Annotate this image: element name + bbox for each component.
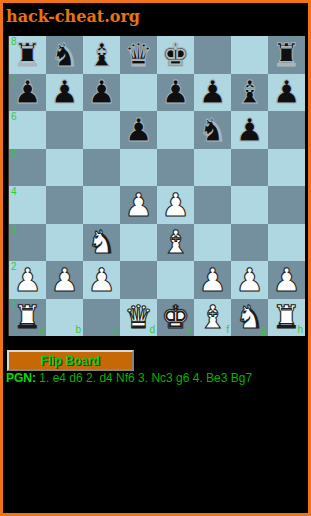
- file-label-h: h: [297, 325, 303, 335]
- rank-label-8: 8: [11, 37, 17, 47]
- square-e3[interactable]: ♝: [157, 224, 194, 262]
- square-a8[interactable]: 8♜: [9, 36, 46, 74]
- piece-white-bishop[interactable]: ♝: [198, 301, 227, 333]
- square-f5[interactable]: [194, 149, 231, 187]
- square-c5[interactable]: [83, 149, 120, 187]
- piece-black-pawn[interactable]: ♟: [272, 76, 301, 108]
- flip-board-button[interactable]: Flip Board: [7, 350, 134, 371]
- page: { "banner": { "site_title": "hack-cheat.…: [0, 0, 311, 516]
- square-g7[interactable]: ♝: [231, 74, 268, 112]
- square-d3[interactable]: [120, 224, 157, 262]
- file-label-e: e: [186, 325, 192, 335]
- piece-black-knight[interactable]: ♞: [50, 39, 79, 71]
- square-g8[interactable]: [231, 36, 268, 74]
- square-a3[interactable]: 3: [9, 224, 46, 262]
- rank-label-4: 4: [11, 187, 17, 197]
- square-d4[interactable]: ♟: [120, 186, 157, 224]
- square-g5[interactable]: [231, 149, 268, 187]
- square-c1[interactable]: c: [83, 299, 120, 337]
- square-f1[interactable]: f♝: [194, 299, 231, 337]
- square-h5[interactable]: [268, 149, 305, 187]
- rank-label-5: 5: [11, 150, 17, 160]
- pgn-line: PGN: 1. e4 d6 2. d4 Nf6 3. Nc3 g6 4. Be3…: [6, 371, 252, 385]
- square-g6[interactable]: ♟: [231, 111, 268, 149]
- square-c2[interactable]: ♟: [83, 261, 120, 299]
- square-e5[interactable]: [157, 149, 194, 187]
- square-d5[interactable]: [120, 149, 157, 187]
- square-g4[interactable]: [231, 186, 268, 224]
- square-e8[interactable]: ♚: [157, 36, 194, 74]
- rank-label-3: 3: [11, 225, 17, 235]
- square-h1[interactable]: h♜: [268, 299, 305, 337]
- square-d8[interactable]: ♛: [120, 36, 157, 74]
- file-label-d: d: [149, 325, 155, 335]
- square-h6[interactable]: [268, 111, 305, 149]
- square-b2[interactable]: ♟: [46, 261, 83, 299]
- piece-black-pawn[interactable]: ♟: [235, 114, 264, 146]
- square-c7[interactable]: ♟: [83, 74, 120, 112]
- square-a6[interactable]: 6: [9, 111, 46, 149]
- square-e7[interactable]: ♟: [157, 74, 194, 112]
- piece-black-rook[interactable]: ♜: [13, 39, 42, 71]
- piece-black-rook[interactable]: ♜: [272, 39, 301, 71]
- square-a4[interactable]: 4: [9, 186, 46, 224]
- square-f4[interactable]: [194, 186, 231, 224]
- square-c6[interactable]: [83, 111, 120, 149]
- square-a1[interactable]: 1a♜: [9, 299, 46, 337]
- square-b4[interactable]: [46, 186, 83, 224]
- square-b5[interactable]: [46, 149, 83, 187]
- piece-white-pawn[interactable]: ♟: [50, 264, 79, 296]
- square-h2[interactable]: ♟: [268, 261, 305, 299]
- square-d1[interactable]: d♛: [120, 299, 157, 337]
- piece-black-bishop[interactable]: ♝: [87, 39, 116, 71]
- piece-black-king[interactable]: ♚: [161, 39, 190, 71]
- square-e4[interactable]: ♟: [157, 186, 194, 224]
- square-b3[interactable]: [46, 224, 83, 262]
- square-f2[interactable]: ♟: [194, 261, 231, 299]
- piece-black-pawn[interactable]: ♟: [13, 76, 42, 108]
- square-a2[interactable]: 2♟: [9, 261, 46, 299]
- square-d7[interactable]: [120, 74, 157, 112]
- square-f8[interactable]: [194, 36, 231, 74]
- piece-white-pawn[interactable]: ♟: [272, 264, 301, 296]
- piece-black-pawn[interactable]: ♟: [124, 114, 153, 146]
- piece-white-knight[interactable]: ♞: [87, 226, 116, 258]
- square-f6[interactable]: ♞: [194, 111, 231, 149]
- piece-white-pawn[interactable]: ♟: [13, 264, 42, 296]
- piece-black-pawn[interactable]: ♟: [87, 76, 116, 108]
- piece-black-queen[interactable]: ♛: [124, 39, 153, 71]
- square-b7[interactable]: ♟: [46, 74, 83, 112]
- square-d6[interactable]: ♟: [120, 111, 157, 149]
- square-a7[interactable]: 7♟: [9, 74, 46, 112]
- piece-white-pawn[interactable]: ♟: [161, 189, 190, 221]
- square-g3[interactable]: [231, 224, 268, 262]
- square-h8[interactable]: ♜: [268, 36, 305, 74]
- piece-white-pawn[interactable]: ♟: [235, 264, 264, 296]
- piece-black-pawn[interactable]: ♟: [198, 76, 227, 108]
- piece-white-pawn[interactable]: ♟: [124, 189, 153, 221]
- piece-black-pawn[interactable]: ♟: [50, 76, 79, 108]
- chess-board: 8♜♞♝♛♚♜7♟♟♟♟♟♝♟6♟♞♟54♟♟3♞♝2♟♟♟♟♟♟1a♜bcd♛…: [8, 36, 305, 336]
- square-c8[interactable]: ♝: [83, 36, 120, 74]
- piece-white-pawn[interactable]: ♟: [198, 264, 227, 296]
- square-b1[interactable]: b: [46, 299, 83, 337]
- rank-label-2: 2: [11, 262, 17, 272]
- file-label-b: b: [75, 325, 81, 335]
- square-c3[interactable]: ♞: [83, 224, 120, 262]
- square-f3[interactable]: [194, 224, 231, 262]
- file-label-g: g: [260, 325, 266, 335]
- square-d2[interactable]: [120, 261, 157, 299]
- piece-white-pawn[interactable]: ♟: [87, 264, 116, 296]
- square-a5[interactable]: 5: [9, 149, 46, 187]
- square-b6[interactable]: [46, 111, 83, 149]
- square-g2[interactable]: ♟: [231, 261, 268, 299]
- file-label-f: f: [226, 325, 229, 335]
- square-f7[interactable]: ♟: [194, 74, 231, 112]
- square-h7[interactable]: ♟: [268, 74, 305, 112]
- piece-white-bishop[interactable]: ♝: [161, 226, 190, 258]
- rank-label-1: 1: [11, 300, 17, 310]
- square-b8[interactable]: ♞: [46, 36, 83, 74]
- site-title: hack-cheat.org: [6, 7, 140, 26]
- piece-black-pawn[interactable]: ♟: [161, 76, 190, 108]
- file-label-c: c: [113, 325, 118, 335]
- pgn-moves: 1. e4 d6 2. d4 Nf6 3. Nc3 g6 4. Be3 Bg7: [39, 371, 252, 385]
- piece-black-bishop[interactable]: ♝: [235, 76, 264, 108]
- square-h4[interactable]: [268, 186, 305, 224]
- square-e1[interactable]: e♚: [157, 299, 194, 337]
- piece-black-knight[interactable]: ♞: [198, 114, 227, 146]
- file-label-a: a: [38, 325, 44, 335]
- pgn-label: PGN:: [6, 371, 36, 385]
- rank-label-6: 6: [11, 112, 17, 122]
- rank-label-7: 7: [11, 75, 17, 85]
- square-e2[interactable]: [157, 261, 194, 299]
- square-h3[interactable]: [268, 224, 305, 262]
- square-e6[interactable]: [157, 111, 194, 149]
- square-g1[interactable]: g♞: [231, 299, 268, 337]
- square-c4[interactable]: [83, 186, 120, 224]
